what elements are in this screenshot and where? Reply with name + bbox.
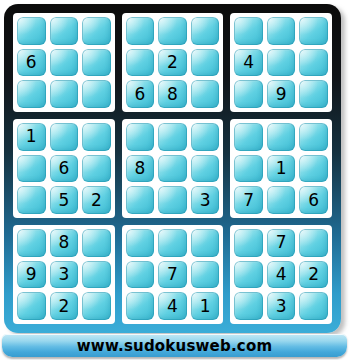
- box-3-3: 7423: [230, 225, 332, 324]
- cell-r3c4[interactable]: 6: [126, 80, 155, 108]
- cell-r8c1[interactable]: 9: [17, 261, 46, 289]
- cell-r8c4[interactable]: [126, 261, 155, 289]
- cell-r2c6[interactable]: [191, 49, 220, 77]
- cell-r1c6[interactable]: [191, 17, 220, 45]
- cell-r7c8[interactable]: 7: [267, 229, 296, 257]
- cell-r4c2[interactable]: [50, 123, 79, 151]
- cell-r9c4[interactable]: [126, 292, 155, 320]
- cell-r7c6[interactable]: [191, 229, 220, 257]
- box-2-1: 1652: [13, 119, 115, 218]
- cell-r4c3[interactable]: [82, 123, 111, 151]
- cell-r4c9[interactable]: [299, 123, 328, 151]
- cell-r2c2[interactable]: [50, 49, 79, 77]
- cell-r9c3[interactable]: [82, 292, 111, 320]
- cell-r3c7[interactable]: [234, 80, 263, 108]
- cell-r8c2[interactable]: 3: [50, 261, 79, 289]
- cell-r7c2[interactable]: 8: [50, 229, 79, 257]
- cell-r9c8[interactable]: 3: [267, 292, 296, 320]
- cell-r2c9[interactable]: [299, 49, 328, 77]
- cell-r3c5[interactable]: 8: [158, 80, 187, 108]
- cell-r5c6[interactable]: [191, 155, 220, 183]
- cell-r5c4[interactable]: 8: [126, 155, 155, 183]
- cell-r2c4[interactable]: [126, 49, 155, 77]
- cell-r7c9[interactable]: [299, 229, 328, 257]
- cell-r1c3[interactable]: [82, 17, 111, 45]
- cell-r1c4[interactable]: [126, 17, 155, 45]
- cell-r9c7[interactable]: [234, 292, 263, 320]
- cell-r5c5[interactable]: [158, 155, 187, 183]
- cell-r8c5[interactable]: 7: [158, 261, 187, 289]
- cell-r7c4[interactable]: [126, 229, 155, 257]
- cell-r1c7[interactable]: [234, 17, 263, 45]
- box-2-2: 83: [122, 119, 224, 218]
- site-url-link[interactable]: www.sudokusweb.com: [77, 337, 272, 355]
- cell-r5c1[interactable]: [17, 155, 46, 183]
- cell-r7c5[interactable]: [158, 229, 187, 257]
- box-3-1: 8932: [13, 225, 115, 324]
- sudoku-board: 62684916528317689327417423: [4, 4, 341, 333]
- cell-r4c1[interactable]: 1: [17, 123, 46, 151]
- cell-r9c2[interactable]: 2: [50, 292, 79, 320]
- cell-r1c2[interactable]: [50, 17, 79, 45]
- cell-r6c5[interactable]: [158, 186, 187, 214]
- cell-r4c8[interactable]: [267, 123, 296, 151]
- cell-r3c2[interactable]: [50, 80, 79, 108]
- cell-r6c2[interactable]: 5: [50, 186, 79, 214]
- cell-r9c9[interactable]: [299, 292, 328, 320]
- cell-r1c5[interactable]: [158, 17, 187, 45]
- cell-r6c8[interactable]: [267, 186, 296, 214]
- cell-r5c7[interactable]: [234, 155, 263, 183]
- cell-r8c9[interactable]: 2: [299, 261, 328, 289]
- cell-r6c6[interactable]: 3: [191, 186, 220, 214]
- cell-r3c9[interactable]: [299, 80, 328, 108]
- cell-r7c3[interactable]: [82, 229, 111, 257]
- cell-r9c1[interactable]: [17, 292, 46, 320]
- cell-r5c8[interactable]: 1: [267, 155, 296, 183]
- cell-r6c7[interactable]: 7: [234, 186, 263, 214]
- cell-r9c6[interactable]: 1: [191, 292, 220, 320]
- cell-r1c1[interactable]: [17, 17, 46, 45]
- cell-r3c1[interactable]: [17, 80, 46, 108]
- cell-r7c1[interactable]: [17, 229, 46, 257]
- cell-r4c6[interactable]: [191, 123, 220, 151]
- cell-r3c8[interactable]: 9: [267, 80, 296, 108]
- cell-r5c3[interactable]: [82, 155, 111, 183]
- box-3-2: 741: [122, 225, 224, 324]
- cell-r3c6[interactable]: [191, 80, 220, 108]
- cell-r8c6[interactable]: [191, 261, 220, 289]
- cell-r8c3[interactable]: [82, 261, 111, 289]
- cell-r1c9[interactable]: [299, 17, 328, 45]
- cell-r2c5[interactable]: 2: [158, 49, 187, 77]
- cell-r1c8[interactable]: [267, 17, 296, 45]
- box-1-2: 268: [122, 13, 224, 112]
- footer-bar: www.sudokusweb.com: [2, 334, 347, 357]
- cell-r5c2[interactable]: 6: [50, 155, 79, 183]
- cell-r5c9[interactable]: [299, 155, 328, 183]
- cell-r6c9[interactable]: 6: [299, 186, 328, 214]
- cell-r4c5[interactable]: [158, 123, 187, 151]
- cell-r2c1[interactable]: 6: [17, 49, 46, 77]
- cell-r6c3[interactable]: 2: [82, 186, 111, 214]
- cell-r8c8[interactable]: 4: [267, 261, 296, 289]
- box-1-1: 6: [13, 13, 115, 112]
- cell-r4c7[interactable]: [234, 123, 263, 151]
- cell-r2c3[interactable]: [82, 49, 111, 77]
- cell-r6c1[interactable]: [17, 186, 46, 214]
- box-1-3: 49: [230, 13, 332, 112]
- cell-r9c5[interactable]: 4: [158, 292, 187, 320]
- cell-r7c7[interactable]: [234, 229, 263, 257]
- cell-r2c7[interactable]: 4: [234, 49, 263, 77]
- cell-r6c4[interactable]: [126, 186, 155, 214]
- box-2-3: 176: [230, 119, 332, 218]
- cell-r4c4[interactable]: [126, 123, 155, 151]
- cell-r2c8[interactable]: [267, 49, 296, 77]
- cell-r8c7[interactable]: [234, 261, 263, 289]
- page-background: 62684916528317689327417423 www.sudokuswe…: [0, 0, 350, 360]
- cell-r3c3[interactable]: [82, 80, 111, 108]
